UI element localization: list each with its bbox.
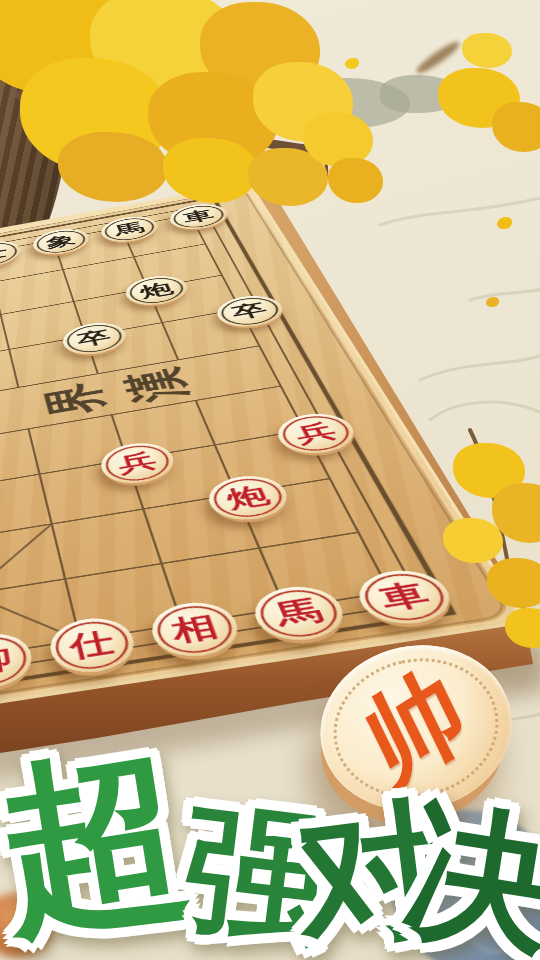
piece-red-e9[interactable]: 帥 [0, 629, 36, 694]
piece-red-g6[interactable]: 兵 [96, 438, 180, 488]
piece-ring [151, 601, 239, 657]
piece-ring [0, 240, 20, 269]
piece-red-e6[interactable]: 兵 [0, 467, 1, 517]
piece-ring [356, 569, 455, 625]
piece-red-i6[interactable]: 兵 [270, 409, 362, 458]
piece-ring [63, 321, 126, 356]
piece-black-i0[interactable]: 車 [165, 200, 233, 233]
piece-black-h2[interactable]: 炮 [121, 272, 192, 309]
piece-ring [276, 412, 357, 455]
piece-black-f0[interactable]: 士 [0, 238, 23, 271]
piece-black-g3[interactable]: 卒 [59, 319, 131, 359]
general-glyph: 帅 [344, 641, 488, 816]
blurred-piece [0, 893, 54, 957]
blue-fabric [390, 810, 540, 960]
piece-red-h7[interactable]: 炮 [202, 471, 295, 525]
decorative-general-piece: 帅 [305, 628, 527, 828]
piece-ring [34, 227, 89, 256]
piece-ring [101, 215, 158, 244]
piece-red-f9[interactable]: 仕 [46, 613, 141, 678]
piece-black-g0[interactable]: 象 [30, 225, 92, 258]
piece-black-h0[interactable]: 馬 [97, 213, 162, 246]
piece-ring [253, 585, 346, 641]
piece-ring [0, 633, 30, 690]
title-char: 强强 [176, 794, 334, 952]
piece-ring [126, 274, 188, 306]
piece-ring [216, 294, 284, 329]
piece-ring [169, 202, 228, 230]
piece-red-g9[interactable]: 相 [145, 597, 246, 662]
promo-screen: { "game": "xiangqi", "app_context": "Chi… [0, 0, 540, 960]
piece-ring [51, 617, 134, 674]
xiangqi-board[interactable]: 河楚界漢 車馬象士將士象馬車炮炮卒卒卒卒卒兵兵兵兵兵炮炮車馬相仕帥仕相馬車 [0, 215, 390, 716]
piece-ring [208, 474, 290, 521]
piece-black-i3[interactable]: 卒 [211, 292, 289, 331]
piece-red-h9[interactable]: 馬 [247, 581, 354, 645]
piece-ring [101, 441, 174, 484]
piece-red-i9[interactable]: 車 [349, 565, 462, 629]
